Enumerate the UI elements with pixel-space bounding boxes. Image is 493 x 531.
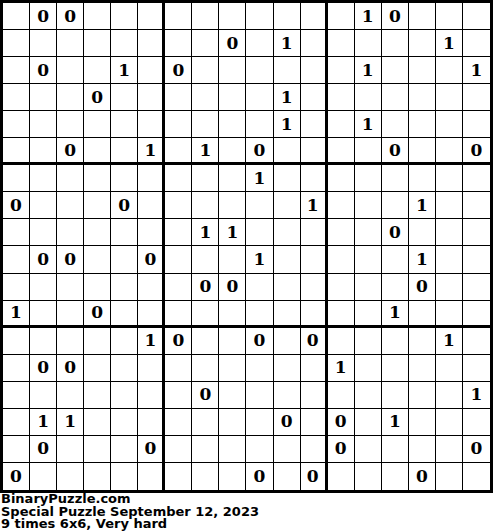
cell-r4c5[interactable] (111, 84, 138, 111)
cell-r18c6[interactable] (138, 463, 165, 490)
cell-r8c8[interactable] (192, 192, 219, 219)
cell-r2c2[interactable] (30, 30, 57, 57)
cell-r2c11: 1 (274, 30, 301, 57)
cell-r5c10[interactable] (246, 111, 273, 138)
cell-r12c2[interactable] (30, 301, 57, 328)
cell-r4c2[interactable] (30, 84, 57, 111)
cell-r16c2: 1 (30, 409, 57, 436)
cell-r6c10: 0 (246, 138, 273, 165)
cell-r11c1[interactable] (3, 274, 30, 301)
cell-r6c3: 0 (57, 138, 84, 165)
cell-r1c5[interactable] (111, 3, 138, 30)
cell-r17c18: 0 (463, 436, 490, 463)
cell-r13c10: 0 (246, 328, 273, 355)
cell-r17c7[interactable] (165, 436, 192, 463)
cell-r15c7[interactable] (165, 382, 192, 409)
cell-r8c14[interactable] (355, 192, 382, 219)
cell-r16c14[interactable] (355, 409, 382, 436)
cell-r3c4[interactable] (84, 57, 111, 84)
cell-r2c5[interactable] (111, 30, 138, 57)
cell-r11c6[interactable] (138, 274, 165, 301)
cell-r5c5[interactable] (111, 111, 138, 138)
cell-r6c4[interactable] (84, 138, 111, 165)
cell-r15c16[interactable] (409, 382, 436, 409)
cell-r10c15[interactable] (382, 246, 409, 273)
cell-r9c7[interactable] (165, 219, 192, 246)
cell-r16c8[interactable] (192, 409, 219, 436)
cell-r17c16[interactable] (409, 436, 436, 463)
cell-r9c12[interactable] (301, 219, 328, 246)
cell-r6c12[interactable] (301, 138, 328, 165)
cell-r5c6[interactable] (138, 111, 165, 138)
cell-r12c8[interactable] (192, 301, 219, 328)
cell-r9c18[interactable] (463, 219, 490, 246)
cell-r7c6[interactable] (138, 165, 165, 192)
cell-r7c16[interactable] (409, 165, 436, 192)
cell-r9c2[interactable] (30, 219, 57, 246)
cell-r7c1[interactable] (3, 165, 30, 192)
cell-r15c5[interactable] (111, 382, 138, 409)
cell-r8c3[interactable] (57, 192, 84, 219)
cell-r1c6[interactable] (138, 3, 165, 30)
cell-r8c9[interactable] (219, 192, 246, 219)
cell-r13c8[interactable] (192, 328, 219, 355)
cell-r16c16[interactable] (409, 409, 436, 436)
cell-r5c16[interactable] (409, 111, 436, 138)
cell-r4c15[interactable] (382, 84, 409, 111)
cell-r5c9[interactable] (219, 111, 246, 138)
cell-r14c10[interactable] (246, 355, 273, 382)
cell-r10c14[interactable] (355, 246, 382, 273)
cell-r15c3[interactable] (57, 382, 84, 409)
cell-r3c2: 0 (30, 57, 57, 84)
cell-r11c11[interactable] (274, 274, 301, 301)
cell-r9c13[interactable] (328, 219, 355, 246)
cell-r18c14[interactable] (355, 463, 382, 490)
cell-r11c7[interactable] (165, 274, 192, 301)
cell-r4c18[interactable] (463, 84, 490, 111)
cell-r10c13[interactable] (328, 246, 355, 273)
cell-r8c4[interactable] (84, 192, 111, 219)
cell-r17c14[interactable] (355, 436, 382, 463)
cell-r3c10[interactable] (246, 57, 273, 84)
cell-r4c13[interactable] (328, 84, 355, 111)
cell-r16c9[interactable] (219, 409, 246, 436)
cell-r10c4[interactable] (84, 246, 111, 273)
cell-r8c11[interactable] (274, 192, 301, 219)
cell-r8c6[interactable] (138, 192, 165, 219)
cell-r11c8: 0 (192, 274, 219, 301)
cell-r12c9[interactable] (219, 301, 246, 328)
cell-r13c5[interactable] (111, 328, 138, 355)
cell-r18c17[interactable] (436, 463, 463, 490)
cell-r3c17[interactable] (436, 57, 463, 84)
cell-r14c14[interactable] (355, 355, 382, 382)
cell-r2c7[interactable] (165, 30, 192, 57)
cell-r4c10[interactable] (246, 84, 273, 111)
cell-r15c17[interactable] (436, 382, 463, 409)
cell-r10c8[interactable] (192, 246, 219, 273)
cell-r18c15[interactable] (382, 463, 409, 490)
cell-r3c6[interactable] (138, 57, 165, 84)
cell-r12c5[interactable] (111, 301, 138, 328)
cell-r17c10[interactable] (246, 436, 273, 463)
cell-r15c9[interactable] (219, 382, 246, 409)
cell-r15c1[interactable] (3, 382, 30, 409)
cell-r18c16: 0 (409, 463, 436, 490)
cell-r9c8: 1 (192, 219, 219, 246)
cell-r8c13[interactable] (328, 192, 355, 219)
cell-r17c15[interactable] (382, 436, 409, 463)
cell-r4c7[interactable] (165, 84, 192, 111)
cell-r11c3[interactable] (57, 274, 84, 301)
cell-r14c15[interactable] (382, 355, 409, 382)
cell-r9c6[interactable] (138, 219, 165, 246)
cell-r1c18[interactable] (463, 3, 490, 30)
cell-r2c12[interactable] (301, 30, 328, 57)
cell-r10c9[interactable] (219, 246, 246, 273)
cell-r13c15[interactable] (382, 328, 409, 355)
cell-r16c1[interactable] (3, 409, 30, 436)
cell-r12c16[interactable] (409, 301, 436, 328)
cell-r14c18[interactable] (463, 355, 490, 382)
cell-r7c13[interactable] (328, 165, 355, 192)
cell-r13c1[interactable] (3, 328, 30, 355)
cell-r16c10[interactable] (246, 409, 273, 436)
cell-r8c10[interactable] (246, 192, 273, 219)
cell-r13c2[interactable] (30, 328, 57, 355)
cell-r3c11[interactable] (274, 57, 301, 84)
cell-r12c15: 1 (382, 301, 409, 328)
cell-r17c4[interactable] (84, 436, 111, 463)
cell-r1c17[interactable] (436, 3, 463, 30)
cell-r16c17[interactable] (436, 409, 463, 436)
cell-r14c4[interactable] (84, 355, 111, 382)
cell-r4c3[interactable] (57, 84, 84, 111)
cell-r17c9[interactable] (219, 436, 246, 463)
cell-r6c14[interactable] (355, 138, 382, 165)
cell-r7c7[interactable] (165, 165, 192, 192)
cell-r17c3[interactable] (57, 436, 84, 463)
cell-r18c2[interactable] (30, 463, 57, 490)
cell-r16c6[interactable] (138, 409, 165, 436)
cell-r12c17[interactable] (436, 301, 463, 328)
cell-r11c5[interactable] (111, 274, 138, 301)
cell-r7c9[interactable] (219, 165, 246, 192)
cell-r4c1[interactable] (3, 84, 30, 111)
cell-r12c14[interactable] (355, 301, 382, 328)
cell-r6c13[interactable] (328, 138, 355, 165)
cell-r17c8[interactable] (192, 436, 219, 463)
cell-r11c2[interactable] (30, 274, 57, 301)
cell-r7c5[interactable] (111, 165, 138, 192)
cell-r5c17[interactable] (436, 111, 463, 138)
cell-r10c16: 1 (409, 246, 436, 273)
cell-r6c8: 1 (192, 138, 219, 165)
cell-r10c12[interactable] (301, 246, 328, 273)
cell-r16c4[interactable] (84, 409, 111, 436)
cell-r16c7[interactable] (165, 409, 192, 436)
cell-r2c6[interactable] (138, 30, 165, 57)
cell-r18c8[interactable] (192, 463, 219, 490)
puzzle-difficulty: 9 times 6x6, Very hard (1, 518, 493, 531)
cell-r1c13[interactable] (328, 3, 355, 30)
cell-r1c9[interactable] (219, 3, 246, 30)
cell-r6c6: 1 (138, 138, 165, 165)
cell-r8c7[interactable] (165, 192, 192, 219)
cell-r9c5[interactable] (111, 219, 138, 246)
cell-r15c15[interactable] (382, 382, 409, 409)
cell-r3c16[interactable] (409, 57, 436, 84)
cell-r5c12[interactable] (301, 111, 328, 138)
cell-r16c3: 1 (57, 409, 84, 436)
cell-r8c17[interactable] (436, 192, 463, 219)
cell-r10c7[interactable] (165, 246, 192, 273)
cell-r15c11[interactable] (274, 382, 301, 409)
cell-r7c8[interactable] (192, 165, 219, 192)
cell-r12c1: 1 (3, 301, 30, 328)
cell-r14c12[interactable] (301, 355, 328, 382)
cell-r7c12[interactable] (301, 165, 328, 192)
cell-r13c4[interactable] (84, 328, 111, 355)
cell-r3c15[interactable] (382, 57, 409, 84)
cell-r14c17[interactable] (436, 355, 463, 382)
cell-r12c3[interactable] (57, 301, 84, 328)
cell-r8c12: 1 (301, 192, 328, 219)
cell-r13c13[interactable] (328, 328, 355, 355)
cell-r10c10: 1 (246, 246, 273, 273)
cell-r11c13[interactable] (328, 274, 355, 301)
cell-r2c8[interactable] (192, 30, 219, 57)
cell-r7c2[interactable] (30, 165, 57, 192)
cell-r6c18: 0 (463, 138, 490, 165)
cell-r9c4[interactable] (84, 219, 111, 246)
cell-r8c5: 0 (111, 192, 138, 219)
cell-r11c17[interactable] (436, 274, 463, 301)
cell-r8c2[interactable] (30, 192, 57, 219)
cell-r5c2[interactable] (30, 111, 57, 138)
cell-r10c5[interactable] (111, 246, 138, 273)
cell-r6c15: 0 (382, 138, 409, 165)
cell-r3c3[interactable] (57, 57, 84, 84)
cell-r3c13[interactable] (328, 57, 355, 84)
cell-r9c1[interactable] (3, 219, 30, 246)
cell-r6c17[interactable] (436, 138, 463, 165)
cell-r4c14[interactable] (355, 84, 382, 111)
cell-r11c10[interactable] (246, 274, 273, 301)
cell-r1c16[interactable] (409, 3, 436, 30)
cell-r14c7[interactable] (165, 355, 192, 382)
cell-r17c11[interactable] (274, 436, 301, 463)
cell-r18c5[interactable] (111, 463, 138, 490)
cell-r6c1[interactable] (3, 138, 30, 165)
cell-r18c9[interactable] (219, 463, 246, 490)
cell-r18c11[interactable] (274, 463, 301, 490)
cell-r4c6[interactable] (138, 84, 165, 111)
cell-r13c11[interactable] (274, 328, 301, 355)
cell-r5c14: 1 (355, 111, 382, 138)
cell-r11c9: 0 (219, 274, 246, 301)
cell-r11c14[interactable] (355, 274, 382, 301)
cell-r12c7[interactable] (165, 301, 192, 328)
cell-r4c9[interactable] (219, 84, 246, 111)
cell-r8c15[interactable] (382, 192, 409, 219)
cell-r6c9[interactable] (219, 138, 246, 165)
cell-r2c3[interactable] (57, 30, 84, 57)
cell-r9c10[interactable] (246, 219, 273, 246)
cell-r7c18[interactable] (463, 165, 490, 192)
cell-r2c14[interactable] (355, 30, 382, 57)
cell-r12c12[interactable] (301, 301, 328, 328)
cell-r1c2: 0 (30, 3, 57, 30)
cell-r5c13[interactable] (328, 111, 355, 138)
cell-r3c8[interactable] (192, 57, 219, 84)
cell-r17c1[interactable] (3, 436, 30, 463)
cell-r11c15[interactable] (382, 274, 409, 301)
cell-r1c7[interactable] (165, 3, 192, 30)
cell-r3c9[interactable] (219, 57, 246, 84)
cell-r17c12[interactable] (301, 436, 328, 463)
cell-r6c11[interactable] (274, 138, 301, 165)
cell-r12c18[interactable] (463, 301, 490, 328)
cell-r6c5[interactable] (111, 138, 138, 165)
cell-r14c13: 1 (328, 355, 355, 382)
cell-r4c17[interactable] (436, 84, 463, 111)
cell-r9c17[interactable] (436, 219, 463, 246)
cell-r1c12[interactable] (301, 3, 328, 30)
cell-r18c4[interactable] (84, 463, 111, 490)
cell-r16c13: 0 (328, 409, 355, 436)
cell-r9c3[interactable] (57, 219, 84, 246)
cell-r11c12[interactable] (301, 274, 328, 301)
cell-r15c2[interactable] (30, 382, 57, 409)
cell-r7c11[interactable] (274, 165, 301, 192)
cell-r12c11[interactable] (274, 301, 301, 328)
cell-r10c1[interactable] (3, 246, 30, 273)
cell-r8c18[interactable] (463, 192, 490, 219)
cell-r10c17[interactable] (436, 246, 463, 273)
cell-r14c16[interactable] (409, 355, 436, 382)
cell-r5c18[interactable] (463, 111, 490, 138)
cell-r5c15[interactable] (382, 111, 409, 138)
cell-r9c16[interactable] (409, 219, 436, 246)
cell-r15c4[interactable] (84, 382, 111, 409)
cell-r10c11[interactable] (274, 246, 301, 273)
cell-r2c13[interactable] (328, 30, 355, 57)
cell-r3c12[interactable] (301, 57, 328, 84)
cell-r2c15[interactable] (382, 30, 409, 57)
cell-r12c10[interactable] (246, 301, 273, 328)
cell-r8c1: 0 (3, 192, 30, 219)
cell-r11c16: 0 (409, 274, 436, 301)
cell-r7c15[interactable] (382, 165, 409, 192)
cell-r10c2: 0 (30, 246, 57, 273)
cell-r9c11[interactable] (274, 219, 301, 246)
cell-r2c18[interactable] (463, 30, 490, 57)
cell-r10c3: 0 (57, 246, 84, 273)
cell-r14c6[interactable] (138, 355, 165, 382)
cell-r3c18: 1 (463, 57, 490, 84)
cell-r5c4[interactable] (84, 111, 111, 138)
cell-r7c14[interactable] (355, 165, 382, 192)
cell-r2c16[interactable] (409, 30, 436, 57)
cell-r9c14[interactable] (355, 219, 382, 246)
cell-r17c5[interactable] (111, 436, 138, 463)
cell-r7c17[interactable] (436, 165, 463, 192)
cell-r13c9[interactable] (219, 328, 246, 355)
cell-r16c15: 1 (382, 409, 409, 436)
cell-r18c7[interactable] (165, 463, 192, 490)
cell-r13c3[interactable] (57, 328, 84, 355)
cell-r5c7[interactable] (165, 111, 192, 138)
cell-r16c5[interactable] (111, 409, 138, 436)
cell-r14c9[interactable] (219, 355, 246, 382)
cell-r7c3[interactable] (57, 165, 84, 192)
cell-r6c2[interactable] (30, 138, 57, 165)
cell-r18c1: 0 (3, 463, 30, 490)
cell-r13c18[interactable] (463, 328, 490, 355)
cell-r18c18[interactable] (463, 463, 490, 490)
cell-r5c3[interactable] (57, 111, 84, 138)
cell-r2c1[interactable] (3, 30, 30, 57)
cell-r12c6[interactable] (138, 301, 165, 328)
cell-r6c16[interactable] (409, 138, 436, 165)
cell-r13c16[interactable] (409, 328, 436, 355)
cell-r15c10[interactable] (246, 382, 273, 409)
cell-r5c1[interactable] (3, 111, 30, 138)
cell-r2c9: 0 (219, 30, 246, 57)
cell-r16c12[interactable] (301, 409, 328, 436)
cell-r16c18[interactable] (463, 409, 490, 436)
cell-r1c11[interactable] (274, 3, 301, 30)
cell-r6c7[interactable] (165, 138, 192, 165)
cell-r7c4[interactable] (84, 165, 111, 192)
cell-r14c11[interactable] (274, 355, 301, 382)
cell-r1c8[interactable] (192, 3, 219, 30)
cell-r18c13[interactable] (328, 463, 355, 490)
cell-r10c18[interactable] (463, 246, 490, 273)
cell-r3c1[interactable] (3, 57, 30, 84)
cell-r4c11: 1 (274, 84, 301, 111)
cell-r15c12[interactable] (301, 382, 328, 409)
cell-r4c16[interactable] (409, 84, 436, 111)
cell-r15c13[interactable] (328, 382, 355, 409)
cell-r14c1[interactable] (3, 355, 30, 382)
cell-r13c14[interactable] (355, 328, 382, 355)
cell-r17c17[interactable] (436, 436, 463, 463)
cell-r15c6[interactable] (138, 382, 165, 409)
cell-r4c8[interactable] (192, 84, 219, 111)
cell-r11c18[interactable] (463, 274, 490, 301)
cell-r11c4[interactable] (84, 274, 111, 301)
cell-r13c6: 1 (138, 328, 165, 355)
cell-r4c4: 0 (84, 84, 111, 111)
cell-r4c12[interactable] (301, 84, 328, 111)
cell-r2c10[interactable] (246, 30, 273, 57)
cell-r18c10: 0 (246, 463, 273, 490)
cell-r5c8[interactable] (192, 111, 219, 138)
cell-r14c8[interactable] (192, 355, 219, 382)
cell-r2c4[interactable] (84, 30, 111, 57)
cell-r18c3[interactable] (57, 463, 84, 490)
cell-r7c10: 1 (246, 165, 273, 192)
cell-r1c4[interactable] (84, 3, 111, 30)
cell-r12c13[interactable] (328, 301, 355, 328)
cell-r1c10[interactable] (246, 3, 273, 30)
cell-r14c5[interactable] (111, 355, 138, 382)
cell-r1c1[interactable] (3, 3, 30, 30)
cell-r15c14[interactable] (355, 382, 382, 409)
